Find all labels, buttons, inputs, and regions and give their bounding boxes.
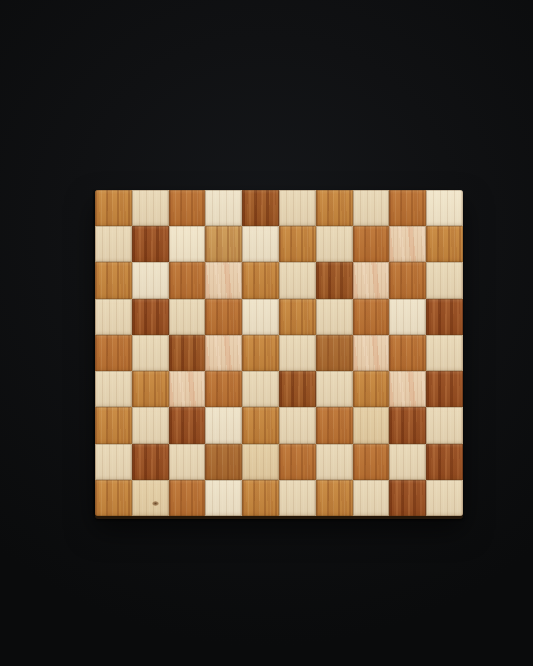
board-square-cherry bbox=[132, 299, 169, 335]
board-square-maple bbox=[279, 335, 316, 371]
board-square-maple bbox=[426, 335, 463, 371]
board-square-cherry bbox=[205, 299, 242, 335]
board-square-maple bbox=[95, 226, 132, 262]
board-square-maple bbox=[95, 371, 132, 407]
board-square-maple bbox=[353, 335, 390, 371]
board-square-cherry bbox=[389, 190, 426, 226]
board-square-maple bbox=[132, 190, 169, 226]
board-square-maple bbox=[242, 226, 279, 262]
board-square-maple bbox=[169, 444, 206, 480]
board-square-maple bbox=[242, 371, 279, 407]
board-square-cherry bbox=[95, 407, 132, 443]
board-square-cherry bbox=[205, 371, 242, 407]
board-square-maple bbox=[389, 444, 426, 480]
board-square-maple bbox=[279, 407, 316, 443]
board-square-cherry bbox=[426, 371, 463, 407]
photo-background bbox=[0, 0, 533, 666]
board-square-cherry bbox=[279, 444, 316, 480]
board-square-cherry bbox=[205, 226, 242, 262]
board-square-maple bbox=[242, 444, 279, 480]
board-square-cherry bbox=[132, 226, 169, 262]
board-square-maple bbox=[169, 299, 206, 335]
board-square-cherry bbox=[353, 371, 390, 407]
board-square-cherry bbox=[169, 262, 206, 298]
board-square-cherry bbox=[389, 480, 426, 516]
board-square-maple bbox=[132, 407, 169, 443]
board-square-cherry bbox=[169, 407, 206, 443]
board-square-cherry bbox=[389, 335, 426, 371]
board-square-maple bbox=[279, 190, 316, 226]
board-square-maple bbox=[169, 371, 206, 407]
board-square-maple bbox=[353, 407, 390, 443]
board-square-cherry bbox=[389, 262, 426, 298]
board-square-cherry bbox=[242, 335, 279, 371]
board-square-maple bbox=[426, 262, 463, 298]
board-square-cherry bbox=[316, 335, 353, 371]
board-square-cherry bbox=[353, 444, 390, 480]
board-square-maple bbox=[169, 226, 206, 262]
board-square-cherry bbox=[242, 480, 279, 516]
board-square-maple bbox=[426, 190, 463, 226]
board-square-cherry bbox=[426, 299, 463, 335]
cutting-board bbox=[95, 190, 463, 516]
board-square-cherry bbox=[279, 226, 316, 262]
board-square-maple bbox=[205, 190, 242, 226]
board-square-maple bbox=[316, 299, 353, 335]
board-square-maple bbox=[389, 299, 426, 335]
board-square-cherry bbox=[353, 299, 390, 335]
board-square-maple bbox=[353, 480, 390, 516]
board-square-cherry bbox=[132, 371, 169, 407]
board-square-maple bbox=[316, 371, 353, 407]
board-square-maple bbox=[279, 480, 316, 516]
board-square-maple bbox=[316, 226, 353, 262]
board-square-cherry bbox=[169, 480, 206, 516]
board-square-cherry bbox=[95, 190, 132, 226]
board-square-maple bbox=[353, 190, 390, 226]
board-square-maple bbox=[205, 262, 242, 298]
board-square-maple bbox=[95, 444, 132, 480]
board-square-maple bbox=[353, 262, 390, 298]
board-square-maple bbox=[205, 407, 242, 443]
board-square-cherry bbox=[279, 299, 316, 335]
board-square-cherry bbox=[169, 190, 206, 226]
board-square-cherry bbox=[242, 262, 279, 298]
board-square-maple bbox=[279, 262, 316, 298]
board-square-cherry bbox=[426, 226, 463, 262]
board-square-cherry bbox=[95, 480, 132, 516]
board-square-maple bbox=[426, 480, 463, 516]
board-square-cherry bbox=[316, 190, 353, 226]
board-square-maple bbox=[132, 480, 169, 516]
board-square-maple bbox=[205, 480, 242, 516]
board-square-maple bbox=[242, 299, 279, 335]
board-square-maple bbox=[389, 371, 426, 407]
board-square-cherry bbox=[316, 407, 353, 443]
board-square-maple bbox=[95, 299, 132, 335]
board-square-cherry bbox=[426, 444, 463, 480]
board-square-cherry bbox=[205, 444, 242, 480]
board-square-maple bbox=[389, 226, 426, 262]
board-square-cherry bbox=[132, 444, 169, 480]
board-square-cherry bbox=[169, 335, 206, 371]
board-square-maple bbox=[205, 335, 242, 371]
board-square-cherry bbox=[279, 371, 316, 407]
board-square-cherry bbox=[95, 335, 132, 371]
board-square-cherry bbox=[95, 262, 132, 298]
board-square-cherry bbox=[242, 407, 279, 443]
board-square-cherry bbox=[353, 226, 390, 262]
board-square-cherry bbox=[242, 190, 279, 226]
board-square-maple bbox=[426, 407, 463, 443]
board-square-maple bbox=[316, 444, 353, 480]
board-square-cherry bbox=[316, 480, 353, 516]
board-square-maple bbox=[132, 262, 169, 298]
board-square-maple bbox=[132, 335, 169, 371]
board-square-cherry bbox=[316, 262, 353, 298]
board-square-cherry bbox=[389, 407, 426, 443]
